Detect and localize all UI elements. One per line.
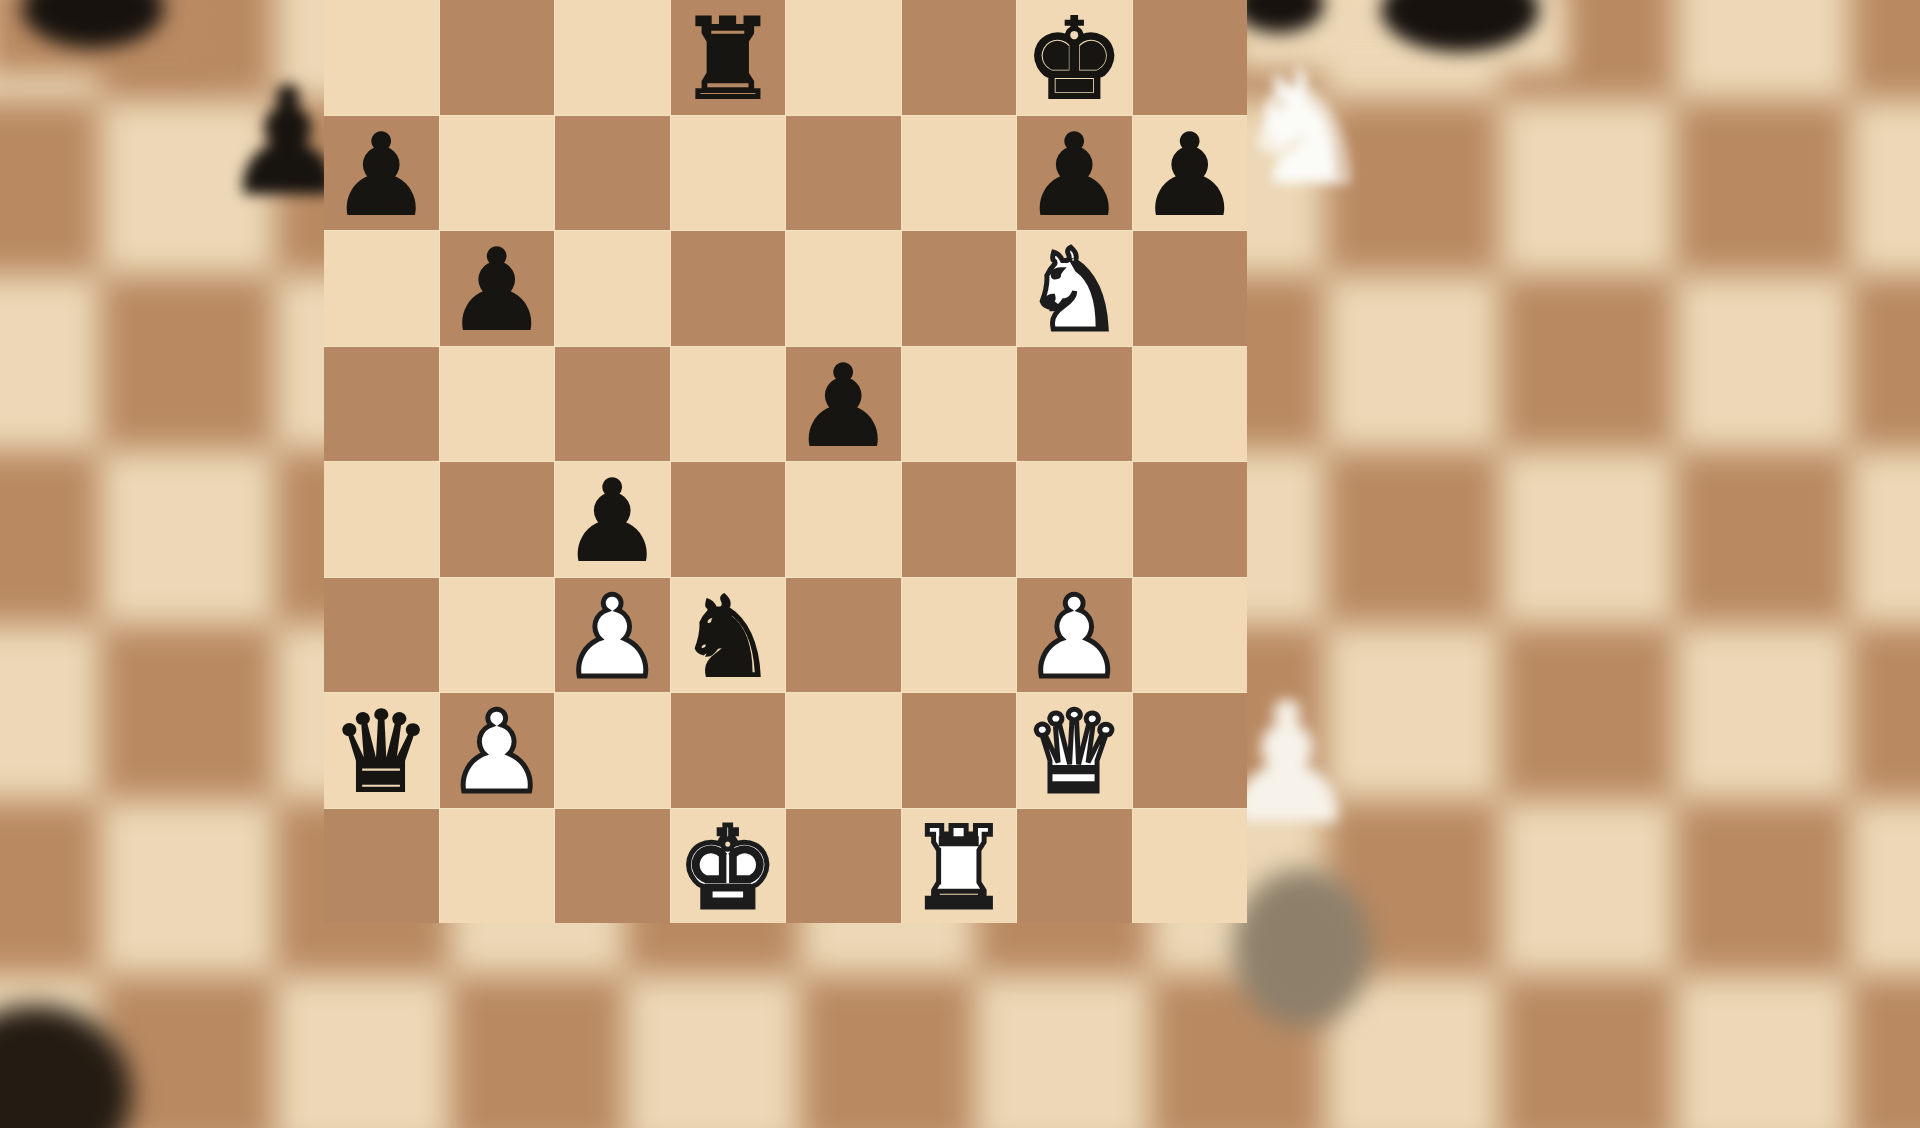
chess-board[interactable]: ♜♚♟♟♟♟♞♟♟♟♞♟♛♟♛♚♜ [324, 0, 1247, 923]
square-e6[interactable] [786, 231, 901, 346]
piece-black-king-g8[interactable]: ♚ [1024, 3, 1124, 115]
square-g3[interactable]: ♟ [1017, 578, 1132, 693]
square-d1[interactable]: ♚ [671, 809, 786, 924]
square-c7[interactable] [555, 116, 670, 231]
square-f2[interactable] [902, 693, 1017, 808]
square-a3[interactable] [324, 578, 439, 693]
square-a8[interactable] [324, 0, 439, 115]
piece-black-pawn-a7[interactable]: ♟ [331, 119, 431, 231]
square-b4[interactable] [440, 462, 555, 577]
square-d4[interactable] [671, 462, 786, 577]
square-f6[interactable] [902, 231, 1017, 346]
square-e1[interactable] [786, 809, 901, 924]
piece-white-knight-g6[interactable]: ♞ [1024, 234, 1124, 346]
square-f5[interactable] [902, 347, 1017, 462]
square-b1[interactable] [440, 809, 555, 924]
square-b7[interactable] [440, 116, 555, 231]
square-c1[interactable] [555, 809, 670, 924]
square-f3[interactable] [902, 578, 1017, 693]
square-h5[interactable] [1133, 347, 1248, 462]
square-d8[interactable]: ♜ [671, 0, 786, 115]
square-c5[interactable] [555, 347, 670, 462]
square-e2[interactable] [786, 693, 901, 808]
square-a6[interactable] [324, 231, 439, 346]
piece-white-queen-g2[interactable]: ♛ [1024, 696, 1124, 808]
square-d6[interactable] [671, 231, 786, 346]
piece-black-knight-d3[interactable]: ♞ [678, 581, 778, 693]
piece-white-pawn-b2[interactable]: ♟ [447, 696, 547, 808]
square-b5[interactable] [440, 347, 555, 462]
square-e8[interactable] [786, 0, 901, 115]
piece-black-pawn-c4[interactable]: ♟ [562, 465, 662, 577]
square-g6[interactable]: ♞ [1017, 231, 1132, 346]
square-f8[interactable] [902, 0, 1017, 115]
square-c8[interactable] [555, 0, 670, 115]
square-f7[interactable] [902, 116, 1017, 231]
square-h2[interactable] [1133, 693, 1248, 808]
square-b6[interactable]: ♟ [440, 231, 555, 346]
square-a7[interactable]: ♟ [324, 116, 439, 231]
square-f1[interactable]: ♜ [902, 809, 1017, 924]
square-a2[interactable]: ♛ [324, 693, 439, 808]
square-h8[interactable] [1133, 0, 1248, 115]
square-h7[interactable]: ♟ [1133, 116, 1248, 231]
square-c3[interactable]: ♟ [555, 578, 670, 693]
square-a5[interactable] [324, 347, 439, 462]
square-a1[interactable] [324, 809, 439, 924]
square-f4[interactable] [902, 462, 1017, 577]
piece-black-pawn-h7[interactable]: ♟ [1140, 119, 1240, 231]
square-g5[interactable] [1017, 347, 1132, 462]
square-d3[interactable]: ♞ [671, 578, 786, 693]
square-b3[interactable] [440, 578, 555, 693]
square-e5[interactable]: ♟ [786, 347, 901, 462]
square-b8[interactable] [440, 0, 555, 115]
square-h6[interactable] [1133, 231, 1248, 346]
square-c2[interactable] [555, 693, 670, 808]
square-d2[interactable] [671, 693, 786, 808]
square-b2[interactable]: ♟ [440, 693, 555, 808]
piece-black-queen-a2[interactable]: ♛ [331, 696, 431, 808]
piece-black-rook-d8[interactable]: ♜ [678, 3, 778, 115]
piece-white-king-d1[interactable]: ♚ [678, 812, 778, 924]
piece-black-pawn-g7[interactable]: ♟ [1024, 119, 1124, 231]
square-c6[interactable] [555, 231, 670, 346]
square-g4[interactable] [1017, 462, 1132, 577]
piece-black-pawn-b6[interactable]: ♟ [447, 234, 547, 346]
square-h1[interactable] [1133, 809, 1248, 924]
square-g2[interactable]: ♛ [1017, 693, 1132, 808]
square-d5[interactable] [671, 347, 786, 462]
square-a4[interactable] [324, 462, 439, 577]
piece-black-pawn-e5[interactable]: ♟ [793, 350, 893, 462]
square-h3[interactable] [1133, 578, 1248, 693]
square-g7[interactable]: ♟ [1017, 116, 1132, 231]
square-g1[interactable] [1017, 809, 1132, 924]
piece-white-pawn-g3[interactable]: ♟ [1024, 581, 1124, 693]
chess-screenshot: { "game": "chess", "position": { "piece_… [0, 0, 1920, 1128]
square-g8[interactable]: ♚ [1017, 0, 1132, 115]
square-e7[interactable] [786, 116, 901, 231]
square-e3[interactable] [786, 578, 901, 693]
square-h4[interactable] [1133, 462, 1248, 577]
square-d7[interactable] [671, 116, 786, 231]
square-e4[interactable] [786, 462, 901, 577]
piece-white-rook-f1[interactable]: ♜ [909, 812, 1009, 924]
piece-white-pawn-c3[interactable]: ♟ [562, 581, 662, 693]
square-c4[interactable]: ♟ [555, 462, 670, 577]
